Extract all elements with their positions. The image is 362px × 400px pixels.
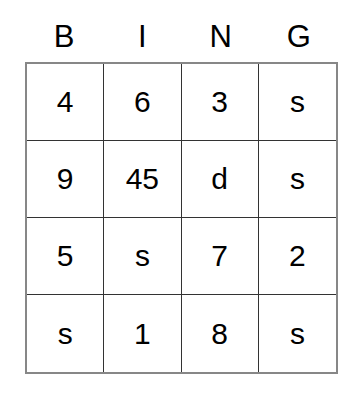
bingo-header: B I N G — [25, 0, 338, 62]
header-letter-b: B — [54, 21, 75, 52]
cell-r0c2[interactable]: 3 — [182, 64, 259, 141]
cell-r1c2[interactable]: d — [182, 141, 259, 218]
cell-r2c3[interactable]: 2 — [259, 218, 336, 295]
cell-r1c0[interactable]: 9 — [27, 141, 104, 218]
cell-r2c1[interactable]: s — [104, 218, 181, 295]
cell-r0c1[interactable]: 6 — [104, 64, 181, 141]
cell-r3c3[interactable]: s — [259, 295, 336, 372]
cell-r3c1[interactable]: 1 — [104, 295, 181, 372]
header-letter-g: G — [287, 21, 311, 52]
cell-r1c1[interactable]: 45 — [104, 141, 181, 218]
header-letter-n: N — [209, 21, 231, 52]
cell-r0c3[interactable]: s — [259, 64, 336, 141]
cell-r2c2[interactable]: 7 — [182, 218, 259, 295]
cell-r0c0[interactable]: 4 — [27, 64, 104, 141]
bingo-grid: 4 6 3 s 9 45 d s 5 s 7 2 s 1 8 s — [25, 62, 338, 374]
header-letter-i: I — [138, 21, 147, 52]
cell-r3c2[interactable]: 8 — [182, 295, 259, 372]
cell-r3c0[interactable]: s — [27, 295, 104, 372]
bingo-card: B I N G 4 6 3 s 9 45 d s 5 s 7 2 s 1 8 s — [25, 0, 338, 374]
cell-r2c0[interactable]: 5 — [27, 218, 104, 295]
cell-r1c3[interactable]: s — [259, 141, 336, 218]
